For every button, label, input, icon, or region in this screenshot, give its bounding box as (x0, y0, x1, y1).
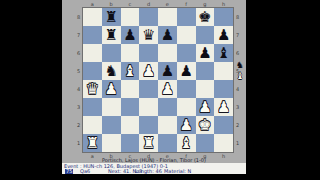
square-e1[interactable] (158, 134, 177, 152)
square-g8[interactable]: ♚ (196, 8, 215, 26)
rank-label-7: 7 (76, 26, 81, 44)
piece-white-pawn-b4[interactable]: ♟ (102, 80, 121, 98)
square-h8[interactable] (214, 8, 233, 26)
square-f8[interactable] (177, 8, 196, 26)
square-c5[interactable]: ♝ (121, 62, 140, 80)
square-f3[interactable] (177, 98, 196, 116)
file-label-h: h (214, 1, 233, 7)
square-d3[interactable] (139, 98, 158, 116)
square-f4[interactable] (177, 80, 196, 98)
piece-white-bishop-c5[interactable]: ♝ (121, 62, 140, 80)
material-tray: ♞ ♝ (234, 60, 246, 94)
square-h2[interactable] (214, 116, 233, 134)
rank-label-7: 7 (235, 26, 240, 44)
piece-white-pawn-g3[interactable]: ♟ (196, 98, 215, 116)
square-g3[interactable]: ♟ (196, 98, 215, 116)
square-b7[interactable]: ♜ (102, 26, 121, 44)
piece-white-king-g2[interactable]: ♚ (196, 116, 215, 134)
square-a1[interactable]: ♜ (83, 134, 102, 152)
piece-white-rook-d1[interactable]: ♜ (139, 134, 158, 152)
square-f2[interactable]: ♟ (177, 116, 196, 134)
file-label-d: d (139, 1, 158, 7)
square-h3[interactable]: ♟ (214, 98, 233, 116)
square-c1[interactable] (121, 134, 140, 152)
material-label: Material: N (164, 169, 191, 174)
square-a7[interactable] (83, 26, 102, 44)
square-d7[interactable]: ♛ (139, 26, 158, 44)
rank-label-3: 3 (76, 98, 81, 116)
square-d5[interactable]: ♟ (139, 62, 158, 80)
square-d6[interactable] (139, 44, 158, 62)
square-c7[interactable]: ♟ (121, 26, 140, 44)
square-b3[interactable] (102, 98, 121, 116)
square-a2[interactable] (83, 116, 102, 134)
piece-white-queen-a4[interactable]: ♛ (83, 80, 102, 98)
square-e5[interactable]: ♟ (158, 62, 177, 80)
video-frame: abcdefgh abcdefgh 87654321 87654321 ♜♚♜♟… (0, 0, 320, 180)
file-label-g: g (196, 1, 215, 7)
square-h4[interactable] (214, 80, 233, 98)
square-g2[interactable]: ♚ (196, 116, 215, 134)
square-e3[interactable] (158, 98, 177, 116)
square-f1[interactable]: ♝ (177, 134, 196, 152)
piece-black-bishop-h6[interactable]: ♝ (214, 44, 233, 62)
piece-black-pawn-g6[interactable]: ♟ (196, 44, 215, 62)
black-knight-material-icon: ♞ (234, 60, 246, 71)
piece-black-king-g8[interactable]: ♚ (196, 8, 215, 26)
piece-black-pawn-h7[interactable]: ♟ (214, 26, 233, 44)
piece-white-bishop-f1[interactable]: ♝ (177, 134, 196, 152)
square-c8[interactable] (121, 8, 140, 26)
square-e6[interactable] (158, 44, 177, 62)
square-b8[interactable]: ♜ (102, 8, 121, 26)
square-h6[interactable]: ♝ (214, 44, 233, 62)
chess-board: ♜♚♜♟♛♟♟♟♝♞♝♟♟♟♛♟♟♟♟♟♚♜♜♝ (83, 8, 233, 152)
square-b4[interactable]: ♟ (102, 80, 121, 98)
piece-white-pawn-f2[interactable]: ♟ (177, 116, 196, 134)
square-d2[interactable] (139, 116, 158, 134)
rank-label-4: 4 (76, 80, 81, 98)
square-g6[interactable]: ♟ (196, 44, 215, 62)
white-bishop-material-icon: ♝ (234, 71, 246, 82)
square-b1[interactable] (102, 134, 121, 152)
rank-label-1: 1 (235, 134, 240, 152)
piece-black-pawn-e5[interactable]: ♟ (158, 62, 177, 80)
rank-label-5: 5 (76, 62, 81, 80)
square-h7[interactable]: ♟ (214, 26, 233, 44)
square-a6[interactable] (83, 44, 102, 62)
move-number-badge[interactable]: 75 (65, 169, 73, 174)
file-label-e: e (158, 1, 177, 7)
rank-label-8: 8 (76, 8, 81, 26)
square-c4[interactable] (121, 80, 140, 98)
piece-white-pawn-h3[interactable]: ♟ (214, 98, 233, 116)
file-label-c: c (121, 1, 140, 7)
square-a3[interactable] (83, 98, 102, 116)
rank-labels-left: 87654321 (76, 8, 81, 152)
rank-label-8: 8 (235, 8, 240, 26)
square-b2[interactable] (102, 116, 121, 134)
file-label-a: a (83, 1, 102, 7)
rank-label-1: 1 (76, 134, 81, 152)
square-e4[interactable]: ♟ (158, 80, 177, 98)
piece-black-knight-b5[interactable]: ♞ (102, 62, 121, 80)
square-a5[interactable] (83, 62, 102, 80)
piece-black-rook-b7[interactable]: ♜ (102, 26, 121, 44)
square-g1[interactable] (196, 134, 215, 152)
caption-band: Event : HUN-ch 126, Budapest (1947) 0-1 … (62, 163, 246, 174)
square-f7[interactable] (177, 26, 196, 44)
rank-label-3: 3 (235, 98, 240, 116)
piece-white-rook-a1[interactable]: ♜ (83, 134, 102, 152)
square-g5[interactable] (196, 62, 215, 80)
square-e7[interactable]: ♟ (158, 26, 177, 44)
square-g4[interactable] (196, 80, 215, 98)
file-labels-top: abcdefgh (83, 1, 233, 7)
piece-black-pawn-e7[interactable]: ♟ (158, 26, 177, 44)
square-c3[interactable] (121, 98, 140, 116)
square-h1[interactable] (214, 134, 233, 152)
square-d4[interactable] (139, 80, 158, 98)
square-c6[interactable] (121, 44, 140, 62)
piece-black-pawn-c7[interactable]: ♟ (121, 26, 140, 44)
last-move-label: Qa6 (80, 169, 90, 174)
square-f6[interactable] (177, 44, 196, 62)
square-e8[interactable] (158, 8, 177, 26)
rank-label-2: 2 (235, 116, 240, 134)
square-d8[interactable] (139, 8, 158, 26)
file-label-b: b (102, 1, 121, 7)
rank-label-6: 6 (76, 44, 81, 62)
piece-white-pawn-e4[interactable]: ♟ (158, 80, 177, 98)
length-label: Length: 46 (135, 169, 162, 174)
piece-black-rook-b8[interactable]: ♜ (102, 8, 121, 26)
square-f5[interactable]: ♟ (177, 62, 196, 80)
chess-app-panel: abcdefgh abcdefgh 87654321 87654321 ♜♚♜♟… (62, 0, 246, 174)
square-h5[interactable] (214, 62, 233, 80)
square-b5[interactable]: ♞ (102, 62, 121, 80)
piece-white-pawn-d5[interactable]: ♟ (139, 62, 158, 80)
rank-label-2: 2 (76, 116, 81, 134)
square-g7[interactable] (196, 26, 215, 44)
square-a8[interactable] (83, 8, 102, 26)
square-e2[interactable] (158, 116, 177, 134)
piece-black-queen-d7[interactable]: ♛ (139, 26, 158, 44)
piece-black-pawn-f5[interactable]: ♟ (177, 62, 196, 80)
square-b6[interactable] (102, 44, 121, 62)
square-a4[interactable]: ♛ (83, 80, 102, 98)
square-d1[interactable]: ♜ (139, 134, 158, 152)
square-c2[interactable] (121, 116, 140, 134)
file-label-f: f (177, 1, 196, 7)
